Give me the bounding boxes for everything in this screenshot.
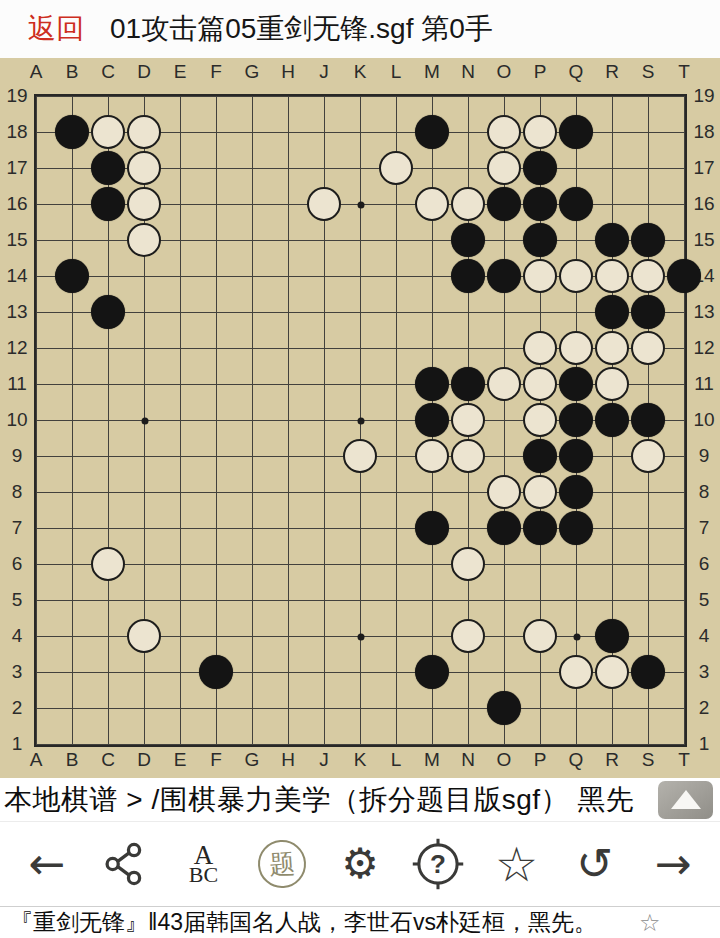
- white-stone-M16: [415, 187, 449, 221]
- white-stone-D16: [127, 187, 161, 221]
- toolbar: ←ABC题⚙?☆↺→: [0, 822, 720, 906]
- white-stone-R14: [595, 259, 629, 293]
- help-icon[interactable]: ?: [411, 836, 465, 892]
- white-stone-N6: [451, 547, 485, 581]
- white-stone-R3: [595, 655, 629, 689]
- share-icon[interactable]: [98, 836, 152, 892]
- white-stone-D15: [127, 223, 161, 257]
- black-stone-F3: [199, 655, 233, 689]
- svg-text:?: ?: [430, 849, 446, 879]
- bookmark-star-icon[interactable]: ☆: [639, 909, 661, 937]
- white-stone-S9: [631, 439, 665, 473]
- black-stone-O2: [487, 691, 521, 725]
- white-stone-L17: [379, 151, 413, 185]
- black-stone-M11: [415, 367, 449, 401]
- settings-gear-icon-glyph: ⚙: [341, 843, 379, 885]
- reset-icon-glyph: ↺: [576, 842, 613, 886]
- black-stone-R13: [595, 295, 629, 329]
- back-arrow-icon-glyph: ←: [29, 842, 66, 886]
- black-stone-P15: [523, 223, 557, 257]
- white-stone-P11: [523, 367, 557, 401]
- white-stone-S12: [631, 331, 665, 365]
- black-stone-S15: [631, 223, 665, 257]
- problem-ti-icon[interactable]: 题: [255, 836, 309, 892]
- white-stone-O17: [487, 151, 521, 185]
- black-stone-C17: [91, 151, 125, 185]
- go-board: ABCDEFGHJKLMNOPQRST 19181716151413121110…: [0, 58, 720, 778]
- black-stone-P7: [523, 511, 557, 545]
- white-stone-J16: [307, 187, 341, 221]
- black-stone-N15: [451, 223, 485, 257]
- white-stone-P8: [523, 475, 557, 509]
- white-stone-Q3: [559, 655, 593, 689]
- favorite-star-icon[interactable]: ☆: [490, 836, 544, 892]
- black-stone-Q8: [559, 475, 593, 509]
- white-stone-Q14: [559, 259, 593, 293]
- reset-icon[interactable]: ↺: [568, 836, 622, 892]
- black-stone-Q10: [559, 403, 593, 437]
- white-stone-O8: [487, 475, 521, 509]
- black-stone-M10: [415, 403, 449, 437]
- page-title: 01攻击篇05重剑无锋.sgf 第0手: [110, 10, 493, 48]
- black-stone-B14: [55, 259, 89, 293]
- white-stone-N16: [451, 187, 485, 221]
- ti-character: 题: [256, 838, 307, 889]
- white-stone-P12: [523, 331, 557, 365]
- black-stone-P16: [523, 187, 557, 221]
- black-stone-O7: [487, 511, 521, 545]
- black-stone-S13: [631, 295, 665, 329]
- back-button[interactable]: 返回: [28, 10, 84, 48]
- black-stone-S3: [631, 655, 665, 689]
- white-stone-P10: [523, 403, 557, 437]
- white-stone-P14: [523, 259, 557, 293]
- white-stone-O11: [487, 367, 521, 401]
- black-stone-C16: [91, 187, 125, 221]
- black-stone-M7: [415, 511, 449, 545]
- white-stone-R11: [595, 367, 629, 401]
- black-stone-Q7: [559, 511, 593, 545]
- game-info-bar: 『重剑无锋』‖43届韩国名人战，李世石vs朴廷桓，黑先。 ☆: [0, 906, 720, 938]
- white-stone-D4: [127, 619, 161, 653]
- stones-layer[interactable]: [18, 78, 702, 762]
- white-stone-R12: [595, 331, 629, 365]
- forward-arrow-icon-glyph: →: [655, 842, 692, 886]
- white-stone-D18: [127, 115, 161, 149]
- black-stone-R4: [595, 619, 629, 653]
- white-stone-P4: [523, 619, 557, 653]
- triangle-up-icon: [671, 790, 701, 809]
- white-stone-D17: [127, 151, 161, 185]
- game-info-text: 『重剑无锋』‖43届韩国名人战，李世石vs朴廷桓，黑先。: [10, 907, 597, 938]
- white-stone-S14: [631, 259, 665, 293]
- abc-letters: ABC: [189, 844, 218, 884]
- white-stone-N10: [451, 403, 485, 437]
- black-stone-Q16: [559, 187, 593, 221]
- black-stone-O14: [487, 259, 521, 293]
- black-stone-N11: [451, 367, 485, 401]
- black-stone-M3: [415, 655, 449, 689]
- black-stone-Q18: [559, 115, 593, 149]
- black-stone-R15: [595, 223, 629, 257]
- black-stone-P9: [523, 439, 557, 473]
- black-stone-O16: [487, 187, 521, 221]
- white-stone-Q12: [559, 331, 593, 365]
- breadcrumb-bar: 本地棋谱 > /围棋暴力美学（拆分题目版sgf） 黑先: [0, 778, 720, 822]
- black-stone-C13: [91, 295, 125, 329]
- breadcrumb[interactable]: 本地棋谱 > /围棋暴力美学（拆分题目版sgf） 黑先: [4, 781, 634, 819]
- black-stone-P17: [523, 151, 557, 185]
- settings-gear-icon[interactable]: ⚙: [333, 836, 387, 892]
- favorite-star-icon-glyph: ☆: [495, 840, 538, 888]
- black-stone-N14: [451, 259, 485, 293]
- black-stone-Q11: [559, 367, 593, 401]
- forward-arrow-icon[interactable]: →: [646, 836, 700, 892]
- black-stone-Q9: [559, 439, 593, 473]
- white-stone-C6: [91, 547, 125, 581]
- back-arrow-icon[interactable]: ←: [20, 836, 74, 892]
- white-stone-M9: [415, 439, 449, 473]
- black-stone-M18: [415, 115, 449, 149]
- white-stone-N4: [451, 619, 485, 653]
- abc-bottom-letters: BC: [189, 866, 218, 884]
- abc-icon[interactable]: ABC: [177, 836, 231, 892]
- collapse-panel-button[interactable]: [658, 781, 713, 819]
- white-stone-P18: [523, 115, 557, 149]
- black-stone-R10: [595, 403, 629, 437]
- title-bar: 返回 01攻击篇05重剑无锋.sgf 第0手: [0, 0, 720, 58]
- white-stone-N9: [451, 439, 485, 473]
- white-stone-O18: [487, 115, 521, 149]
- black-stone-B18: [55, 115, 89, 149]
- black-stone-T14: [667, 259, 701, 293]
- black-stone-S10: [631, 403, 665, 437]
- white-stone-K9: [343, 439, 377, 473]
- white-stone-C18: [91, 115, 125, 149]
